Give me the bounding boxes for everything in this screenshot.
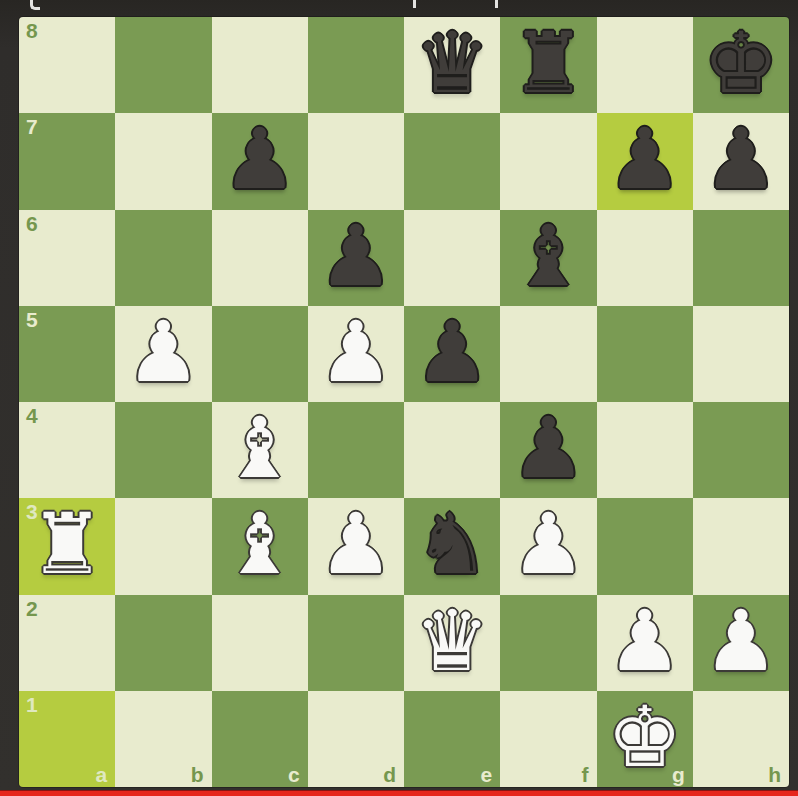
rank-label-5: 5 [26, 309, 38, 330]
square-d7[interactable] [308, 113, 404, 209]
square-g7[interactable]: ♟ [597, 113, 693, 209]
square-f3[interactable]: ♟ [500, 498, 596, 594]
file-label-e: e [481, 764, 493, 785]
square-f5[interactable] [500, 306, 596, 402]
square-f6[interactable]: ♝ [500, 210, 596, 306]
rank-label-4: 4 [26, 405, 38, 426]
rank-label-1: 1 [26, 694, 38, 715]
square-a7[interactable]: 7 [19, 113, 115, 209]
piece-white-pawn[interactable]: ♟ [607, 593, 682, 689]
square-a2[interactable]: 2 [19, 595, 115, 691]
square-a4[interactable]: 4 [19, 402, 115, 498]
video-progress-bar[interactable] [0, 790, 798, 796]
piece-black-queen[interactable]: ♛ [414, 17, 489, 111]
square-e5[interactable]: ♟ [404, 306, 500, 402]
square-h5[interactable] [693, 306, 789, 402]
square-c8[interactable] [212, 17, 308, 113]
square-f1[interactable]: f [500, 691, 596, 787]
piece-black-pawn[interactable]: ♟ [607, 111, 682, 207]
square-c6[interactable] [212, 210, 308, 306]
square-g8[interactable] [597, 17, 693, 113]
square-e8[interactable]: ♛ [404, 17, 500, 113]
square-c1[interactable]: c [212, 691, 308, 787]
square-e1[interactable]: e [404, 691, 500, 787]
square-b2[interactable] [115, 595, 211, 691]
square-b3[interactable] [115, 498, 211, 594]
cropped-text-fragment [30, 0, 40, 10]
file-label-h: h [768, 764, 781, 785]
file-label-d: d [383, 764, 396, 785]
piece-black-pawn[interactable]: ♟ [414, 304, 489, 400]
piece-black-pawn[interactable]: ♟ [222, 111, 297, 207]
piece-white-bishop[interactable]: ♝ [222, 400, 297, 496]
square-f2[interactable] [500, 595, 596, 691]
square-b8[interactable] [115, 17, 211, 113]
chess-board: 8♛♜♚7♟♟♟6♟♝5♟♟♟4♝♟3♜♝♟♞♟2♛♟♟1abcdefg♚h [19, 17, 789, 787]
piece-white-queen[interactable]: ♛ [414, 593, 489, 689]
rank-label-8: 8 [26, 20, 38, 41]
piece-white-pawn[interactable]: ♟ [511, 496, 586, 592]
square-d1[interactable]: d [308, 691, 404, 787]
square-c4[interactable]: ♝ [212, 402, 308, 498]
file-label-c: c [288, 764, 300, 785]
piece-white-bishop[interactable]: ♝ [222, 496, 297, 592]
square-g2[interactable]: ♟ [597, 595, 693, 691]
square-g6[interactable] [597, 210, 693, 306]
square-d3[interactable]: ♟ [308, 498, 404, 594]
piece-white-pawn[interactable]: ♟ [318, 304, 393, 400]
piece-white-pawn[interactable]: ♟ [318, 496, 393, 592]
piece-white-rook[interactable]: ♜ [29, 496, 104, 592]
square-h3[interactable] [693, 498, 789, 594]
square-c5[interactable] [212, 306, 308, 402]
square-e2[interactable]: ♛ [404, 595, 500, 691]
square-h1[interactable]: h [693, 691, 789, 787]
piece-black-pawn[interactable]: ♟ [318, 208, 393, 304]
square-a1[interactable]: 1a [19, 691, 115, 787]
square-c3[interactable]: ♝ [212, 498, 308, 594]
piece-black-knight[interactable]: ♞ [414, 496, 489, 592]
square-g4[interactable] [597, 402, 693, 498]
piece-white-king[interactable]: ♚ [607, 689, 682, 785]
file-label-a: a [96, 764, 108, 785]
square-c7[interactable]: ♟ [212, 113, 308, 209]
piece-black-bishop[interactable]: ♝ [511, 208, 586, 304]
square-b4[interactable] [115, 402, 211, 498]
square-d2[interactable] [308, 595, 404, 691]
square-f7[interactable] [500, 113, 596, 209]
square-d5[interactable]: ♟ [308, 306, 404, 402]
video-frame: 8♛♜♚7♟♟♟6♟♝5♟♟♟4♝♟3♜♝♟♞♟2♛♟♟1abcdefg♚h [0, 0, 798, 796]
square-a8[interactable]: 8 [19, 17, 115, 113]
square-d4[interactable] [308, 402, 404, 498]
square-e7[interactable] [404, 113, 500, 209]
cropped-text-fragment [413, 0, 416, 8]
square-h8[interactable]: ♚ [693, 17, 789, 113]
square-d6[interactable]: ♟ [308, 210, 404, 306]
square-g5[interactable] [597, 306, 693, 402]
piece-white-pawn[interactable]: ♟ [703, 593, 778, 689]
square-a6[interactable]: 6 [19, 210, 115, 306]
square-b1[interactable]: b [115, 691, 211, 787]
square-h6[interactable] [693, 210, 789, 306]
square-e3[interactable]: ♞ [404, 498, 500, 594]
square-b6[interactable] [115, 210, 211, 306]
piece-black-king[interactable]: ♚ [703, 17, 778, 111]
cropped-text-fragment [495, 0, 498, 8]
rank-label-7: 7 [26, 116, 38, 137]
piece-black-pawn[interactable]: ♟ [703, 111, 778, 207]
rank-label-6: 6 [26, 213, 38, 234]
square-h4[interactable] [693, 402, 789, 498]
square-e4[interactable] [404, 402, 500, 498]
square-f8[interactable]: ♜ [500, 17, 596, 113]
square-b7[interactable] [115, 113, 211, 209]
square-e6[interactable] [404, 210, 500, 306]
square-c2[interactable] [212, 595, 308, 691]
square-g3[interactable] [597, 498, 693, 594]
square-h2[interactable]: ♟ [693, 595, 789, 691]
video-progress-played [0, 791, 798, 796]
square-b5[interactable]: ♟ [115, 306, 211, 402]
square-a5[interactable]: 5 [19, 306, 115, 402]
piece-white-pawn[interactable]: ♟ [126, 304, 201, 400]
square-a3[interactable]: 3♜ [19, 498, 115, 594]
square-f4[interactable]: ♟ [500, 402, 596, 498]
rank-label-2: 2 [26, 598, 38, 619]
square-d8[interactable] [308, 17, 404, 113]
piece-black-rook[interactable]: ♜ [511, 17, 586, 111]
file-label-f: f [582, 764, 589, 785]
file-label-b: b [191, 764, 204, 785]
square-g1[interactable]: g♚ [597, 691, 693, 787]
square-h7[interactable]: ♟ [693, 113, 789, 209]
piece-black-pawn[interactable]: ♟ [511, 400, 586, 496]
